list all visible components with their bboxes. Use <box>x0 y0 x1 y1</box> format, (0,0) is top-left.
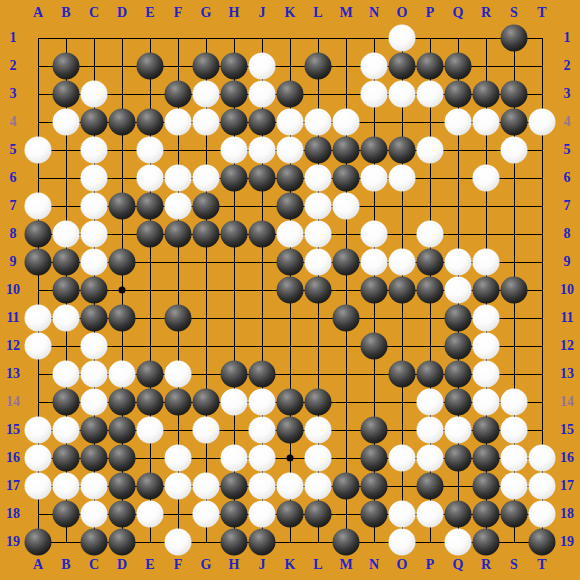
intersection-P16[interactable] <box>416 444 444 472</box>
intersection-C6[interactable] <box>80 164 108 192</box>
intersection-S11[interactable] <box>500 304 528 332</box>
intersection-P12[interactable] <box>416 332 444 360</box>
intersection-K13[interactable] <box>276 360 304 388</box>
intersection-K12[interactable] <box>276 332 304 360</box>
intersection-O12[interactable] <box>388 332 416 360</box>
intersection-O3[interactable] <box>388 80 416 108</box>
intersection-Q14[interactable] <box>444 388 472 416</box>
intersection-L7[interactable] <box>304 192 332 220</box>
intersection-P10[interactable] <box>416 276 444 304</box>
intersection-S16[interactable] <box>500 444 528 472</box>
intersection-C3[interactable] <box>80 80 108 108</box>
intersection-L13[interactable] <box>304 360 332 388</box>
intersection-Q7[interactable] <box>444 192 472 220</box>
intersection-G17[interactable] <box>192 472 220 500</box>
intersection-C13[interactable] <box>80 360 108 388</box>
intersection-T9[interactable] <box>528 248 556 276</box>
intersection-F10[interactable] <box>164 276 192 304</box>
intersection-L19[interactable] <box>304 528 332 556</box>
intersection-P8[interactable] <box>416 220 444 248</box>
intersection-D19[interactable] <box>108 528 136 556</box>
intersection-A4[interactable] <box>24 108 52 136</box>
intersection-O6[interactable] <box>388 164 416 192</box>
intersection-D1[interactable] <box>108 24 136 52</box>
intersection-K3[interactable] <box>276 80 304 108</box>
intersection-L9[interactable] <box>304 248 332 276</box>
intersection-Q15[interactable] <box>444 416 472 444</box>
intersection-H4[interactable] <box>220 108 248 136</box>
intersection-E14[interactable] <box>136 388 164 416</box>
intersection-H10[interactable] <box>220 276 248 304</box>
intersection-B13[interactable] <box>52 360 80 388</box>
intersection-R17[interactable] <box>472 472 500 500</box>
intersection-E2[interactable] <box>136 52 164 80</box>
intersection-P1[interactable] <box>416 24 444 52</box>
intersection-L16[interactable] <box>304 444 332 472</box>
intersection-H3[interactable] <box>220 80 248 108</box>
intersection-A6[interactable] <box>24 164 52 192</box>
intersection-A14[interactable] <box>24 388 52 416</box>
intersection-E13[interactable] <box>136 360 164 388</box>
intersection-P17[interactable] <box>416 472 444 500</box>
intersection-N13[interactable] <box>360 360 388 388</box>
intersection-M15[interactable] <box>332 416 360 444</box>
intersection-G2[interactable] <box>192 52 220 80</box>
intersection-S19[interactable] <box>500 528 528 556</box>
intersection-E4[interactable] <box>136 108 164 136</box>
intersection-Q5[interactable] <box>444 136 472 164</box>
intersection-R11[interactable] <box>472 304 500 332</box>
intersection-B18[interactable] <box>52 500 80 528</box>
intersection-H16[interactable] <box>220 444 248 472</box>
intersection-R1[interactable] <box>472 24 500 52</box>
intersection-L8[interactable] <box>304 220 332 248</box>
intersection-P7[interactable] <box>416 192 444 220</box>
intersection-S3[interactable] <box>500 80 528 108</box>
intersection-D11[interactable] <box>108 304 136 332</box>
intersection-Q3[interactable] <box>444 80 472 108</box>
intersection-H7[interactable] <box>220 192 248 220</box>
intersection-G9[interactable] <box>192 248 220 276</box>
intersection-R19[interactable] <box>472 528 500 556</box>
intersection-F5[interactable] <box>164 136 192 164</box>
intersection-C9[interactable] <box>80 248 108 276</box>
intersection-G19[interactable] <box>192 528 220 556</box>
intersection-A16[interactable] <box>24 444 52 472</box>
intersection-M9[interactable] <box>332 248 360 276</box>
intersection-O11[interactable] <box>388 304 416 332</box>
intersection-F6[interactable] <box>164 164 192 192</box>
intersection-R14[interactable] <box>472 388 500 416</box>
intersection-Q6[interactable] <box>444 164 472 192</box>
intersection-O18[interactable] <box>388 500 416 528</box>
intersection-B11[interactable] <box>52 304 80 332</box>
intersection-T7[interactable] <box>528 192 556 220</box>
intersection-L10[interactable] <box>304 276 332 304</box>
intersection-E12[interactable] <box>136 332 164 360</box>
intersection-B19[interactable] <box>52 528 80 556</box>
intersection-N10[interactable] <box>360 276 388 304</box>
intersection-T5[interactable] <box>528 136 556 164</box>
intersection-K19[interactable] <box>276 528 304 556</box>
intersection-T8[interactable] <box>528 220 556 248</box>
intersection-K15[interactable] <box>276 416 304 444</box>
intersection-A9[interactable] <box>24 248 52 276</box>
intersection-B2[interactable] <box>52 52 80 80</box>
intersection-F12[interactable] <box>164 332 192 360</box>
intersection-F7[interactable] <box>164 192 192 220</box>
intersection-L1[interactable] <box>304 24 332 52</box>
intersection-K1[interactable] <box>276 24 304 52</box>
intersection-K6[interactable] <box>276 164 304 192</box>
intersection-K9[interactable] <box>276 248 304 276</box>
intersection-F11[interactable] <box>164 304 192 332</box>
intersection-P13[interactable] <box>416 360 444 388</box>
intersection-B10[interactable] <box>52 276 80 304</box>
intersection-Q8[interactable] <box>444 220 472 248</box>
intersection-D8[interactable] <box>108 220 136 248</box>
intersection-J9[interactable] <box>248 248 276 276</box>
intersection-J19[interactable] <box>248 528 276 556</box>
intersection-A1[interactable] <box>24 24 52 52</box>
intersection-G5[interactable] <box>192 136 220 164</box>
intersection-M17[interactable] <box>332 472 360 500</box>
intersection-J5[interactable] <box>248 136 276 164</box>
intersection-S5[interactable] <box>500 136 528 164</box>
intersection-D18[interactable] <box>108 500 136 528</box>
intersection-O13[interactable] <box>388 360 416 388</box>
intersection-D6[interactable] <box>108 164 136 192</box>
intersection-K18[interactable] <box>276 500 304 528</box>
intersection-H6[interactable] <box>220 164 248 192</box>
intersection-C1[interactable] <box>80 24 108 52</box>
intersection-O9[interactable] <box>388 248 416 276</box>
intersection-B8[interactable] <box>52 220 80 248</box>
intersection-N4[interactable] <box>360 108 388 136</box>
intersection-M6[interactable] <box>332 164 360 192</box>
intersection-F19[interactable] <box>164 528 192 556</box>
intersection-H12[interactable] <box>220 332 248 360</box>
intersection-T15[interactable] <box>528 416 556 444</box>
intersection-D15[interactable] <box>108 416 136 444</box>
intersection-O19[interactable] <box>388 528 416 556</box>
intersection-L2[interactable] <box>304 52 332 80</box>
intersection-S9[interactable] <box>500 248 528 276</box>
intersection-F16[interactable] <box>164 444 192 472</box>
intersection-N14[interactable] <box>360 388 388 416</box>
intersection-H19[interactable] <box>220 528 248 556</box>
intersection-E1[interactable] <box>136 24 164 52</box>
intersection-E6[interactable] <box>136 164 164 192</box>
intersection-C12[interactable] <box>80 332 108 360</box>
intersection-O14[interactable] <box>388 388 416 416</box>
intersection-S13[interactable] <box>500 360 528 388</box>
intersection-D3[interactable] <box>108 80 136 108</box>
intersection-E19[interactable] <box>136 528 164 556</box>
intersection-T3[interactable] <box>528 80 556 108</box>
intersection-H5[interactable] <box>220 136 248 164</box>
intersection-H18[interactable] <box>220 500 248 528</box>
intersection-O2[interactable] <box>388 52 416 80</box>
intersection-B17[interactable] <box>52 472 80 500</box>
intersection-M4[interactable] <box>332 108 360 136</box>
intersection-T1[interactable] <box>528 24 556 52</box>
intersection-A3[interactable] <box>24 80 52 108</box>
intersection-N3[interactable] <box>360 80 388 108</box>
intersection-P19[interactable] <box>416 528 444 556</box>
intersection-D7[interactable] <box>108 192 136 220</box>
intersection-T10[interactable] <box>528 276 556 304</box>
intersection-C8[interactable] <box>80 220 108 248</box>
intersection-L5[interactable] <box>304 136 332 164</box>
intersection-G16[interactable] <box>192 444 220 472</box>
intersection-E5[interactable] <box>136 136 164 164</box>
intersection-P3[interactable] <box>416 80 444 108</box>
intersection-M19[interactable] <box>332 528 360 556</box>
intersection-M7[interactable] <box>332 192 360 220</box>
intersection-Q4[interactable] <box>444 108 472 136</box>
intersection-R16[interactable] <box>472 444 500 472</box>
intersection-G11[interactable] <box>192 304 220 332</box>
intersection-K4[interactable] <box>276 108 304 136</box>
intersection-T12[interactable] <box>528 332 556 360</box>
intersection-E3[interactable] <box>136 80 164 108</box>
intersection-N8[interactable] <box>360 220 388 248</box>
intersection-S18[interactable] <box>500 500 528 528</box>
intersection-S12[interactable] <box>500 332 528 360</box>
intersection-O15[interactable] <box>388 416 416 444</box>
intersection-Q10[interactable] <box>444 276 472 304</box>
intersection-M16[interactable] <box>332 444 360 472</box>
intersection-Q19[interactable] <box>444 528 472 556</box>
intersection-D13[interactable] <box>108 360 136 388</box>
intersection-M11[interactable] <box>332 304 360 332</box>
intersection-Q2[interactable] <box>444 52 472 80</box>
intersection-A17[interactable] <box>24 472 52 500</box>
intersection-C16[interactable] <box>80 444 108 472</box>
intersection-R6[interactable] <box>472 164 500 192</box>
intersection-N16[interactable] <box>360 444 388 472</box>
intersection-R10[interactable] <box>472 276 500 304</box>
intersection-M1[interactable] <box>332 24 360 52</box>
intersection-H8[interactable] <box>220 220 248 248</box>
intersection-S7[interactable] <box>500 192 528 220</box>
intersection-O4[interactable] <box>388 108 416 136</box>
intersection-R5[interactable] <box>472 136 500 164</box>
intersection-Q1[interactable] <box>444 24 472 52</box>
intersection-J12[interactable] <box>248 332 276 360</box>
intersection-J11[interactable] <box>248 304 276 332</box>
intersection-P18[interactable] <box>416 500 444 528</box>
intersection-D9[interactable] <box>108 248 136 276</box>
intersection-P6[interactable] <box>416 164 444 192</box>
intersection-L18[interactable] <box>304 500 332 528</box>
intersection-G6[interactable] <box>192 164 220 192</box>
intersection-N15[interactable] <box>360 416 388 444</box>
intersection-D10[interactable] <box>108 276 136 304</box>
intersection-H13[interactable] <box>220 360 248 388</box>
intersection-A11[interactable] <box>24 304 52 332</box>
intersection-K7[interactable] <box>276 192 304 220</box>
intersection-K16[interactable] <box>276 444 304 472</box>
intersection-M14[interactable] <box>332 388 360 416</box>
intersection-C4[interactable] <box>80 108 108 136</box>
intersection-B9[interactable] <box>52 248 80 276</box>
intersection-A5[interactable] <box>24 136 52 164</box>
intersection-C17[interactable] <box>80 472 108 500</box>
intersection-Q13[interactable] <box>444 360 472 388</box>
intersection-J3[interactable] <box>248 80 276 108</box>
intersection-J2[interactable] <box>248 52 276 80</box>
intersection-M12[interactable] <box>332 332 360 360</box>
intersection-B1[interactable] <box>52 24 80 52</box>
intersection-M18[interactable] <box>332 500 360 528</box>
intersection-K5[interactable] <box>276 136 304 164</box>
intersection-J6[interactable] <box>248 164 276 192</box>
intersection-B5[interactable] <box>52 136 80 164</box>
intersection-O1[interactable] <box>388 24 416 52</box>
intersection-G1[interactable] <box>192 24 220 52</box>
intersection-N5[interactable] <box>360 136 388 164</box>
intersection-M5[interactable] <box>332 136 360 164</box>
intersection-B6[interactable] <box>52 164 80 192</box>
intersection-C11[interactable] <box>80 304 108 332</box>
intersection-T14[interactable] <box>528 388 556 416</box>
intersection-L3[interactable] <box>304 80 332 108</box>
intersection-L12[interactable] <box>304 332 332 360</box>
intersection-D12[interactable] <box>108 332 136 360</box>
intersection-R4[interactable] <box>472 108 500 136</box>
intersection-E15[interactable] <box>136 416 164 444</box>
intersection-N6[interactable] <box>360 164 388 192</box>
intersection-A15[interactable] <box>24 416 52 444</box>
intersection-E8[interactable] <box>136 220 164 248</box>
intersection-S15[interactable] <box>500 416 528 444</box>
intersection-O16[interactable] <box>388 444 416 472</box>
intersection-R18[interactable] <box>472 500 500 528</box>
intersection-R12[interactable] <box>472 332 500 360</box>
intersection-D4[interactable] <box>108 108 136 136</box>
intersection-L11[interactable] <box>304 304 332 332</box>
intersection-C5[interactable] <box>80 136 108 164</box>
intersection-T6[interactable] <box>528 164 556 192</box>
intersection-E18[interactable] <box>136 500 164 528</box>
intersection-M13[interactable] <box>332 360 360 388</box>
intersection-S6[interactable] <box>500 164 528 192</box>
intersection-R15[interactable] <box>472 416 500 444</box>
intersection-J13[interactable] <box>248 360 276 388</box>
intersection-H11[interactable] <box>220 304 248 332</box>
intersection-B7[interactable] <box>52 192 80 220</box>
intersection-T17[interactable] <box>528 472 556 500</box>
intersection-A13[interactable] <box>24 360 52 388</box>
intersection-H1[interactable] <box>220 24 248 52</box>
intersection-R7[interactable] <box>472 192 500 220</box>
intersection-P4[interactable] <box>416 108 444 136</box>
intersection-D16[interactable] <box>108 444 136 472</box>
intersection-Q16[interactable] <box>444 444 472 472</box>
intersection-M10[interactable] <box>332 276 360 304</box>
intersection-P15[interactable] <box>416 416 444 444</box>
intersection-P2[interactable] <box>416 52 444 80</box>
intersection-S17[interactable] <box>500 472 528 500</box>
intersection-G12[interactable] <box>192 332 220 360</box>
intersection-E10[interactable] <box>136 276 164 304</box>
intersection-D5[interactable] <box>108 136 136 164</box>
intersection-F15[interactable] <box>164 416 192 444</box>
intersection-J8[interactable] <box>248 220 276 248</box>
intersection-S14[interactable] <box>500 388 528 416</box>
intersection-J17[interactable] <box>248 472 276 500</box>
intersection-L4[interactable] <box>304 108 332 136</box>
intersection-G15[interactable] <box>192 416 220 444</box>
intersection-O8[interactable] <box>388 220 416 248</box>
intersection-J10[interactable] <box>248 276 276 304</box>
intersection-A7[interactable] <box>24 192 52 220</box>
intersection-S4[interactable] <box>500 108 528 136</box>
intersection-B14[interactable] <box>52 388 80 416</box>
intersection-G13[interactable] <box>192 360 220 388</box>
intersection-A8[interactable] <box>24 220 52 248</box>
intersection-E9[interactable] <box>136 248 164 276</box>
intersection-F9[interactable] <box>164 248 192 276</box>
intersection-P9[interactable] <box>416 248 444 276</box>
intersection-J14[interactable] <box>248 388 276 416</box>
intersection-S2[interactable] <box>500 52 528 80</box>
intersection-P14[interactable] <box>416 388 444 416</box>
intersection-O17[interactable] <box>388 472 416 500</box>
intersection-N12[interactable] <box>360 332 388 360</box>
intersection-F3[interactable] <box>164 80 192 108</box>
intersection-N7[interactable] <box>360 192 388 220</box>
intersection-O7[interactable] <box>388 192 416 220</box>
intersection-P11[interactable] <box>416 304 444 332</box>
intersection-A12[interactable] <box>24 332 52 360</box>
intersection-T18[interactable] <box>528 500 556 528</box>
intersection-E17[interactable] <box>136 472 164 500</box>
intersection-N18[interactable] <box>360 500 388 528</box>
intersection-F4[interactable] <box>164 108 192 136</box>
intersection-P5[interactable] <box>416 136 444 164</box>
intersection-K8[interactable] <box>276 220 304 248</box>
intersection-G14[interactable] <box>192 388 220 416</box>
intersection-O5[interactable] <box>388 136 416 164</box>
intersection-S1[interactable] <box>500 24 528 52</box>
intersection-B12[interactable] <box>52 332 80 360</box>
intersection-D2[interactable] <box>108 52 136 80</box>
intersection-G7[interactable] <box>192 192 220 220</box>
intersection-G4[interactable] <box>192 108 220 136</box>
intersection-C18[interactable] <box>80 500 108 528</box>
intersection-T11[interactable] <box>528 304 556 332</box>
intersection-B15[interactable] <box>52 416 80 444</box>
intersection-J7[interactable] <box>248 192 276 220</box>
intersection-Q11[interactable] <box>444 304 472 332</box>
intersection-F14[interactable] <box>164 388 192 416</box>
intersection-M2[interactable] <box>332 52 360 80</box>
intersection-G3[interactable] <box>192 80 220 108</box>
intersection-M3[interactable] <box>332 80 360 108</box>
intersection-F1[interactable] <box>164 24 192 52</box>
intersection-Q17[interactable] <box>444 472 472 500</box>
intersection-F13[interactable] <box>164 360 192 388</box>
intersection-L14[interactable] <box>304 388 332 416</box>
intersection-C14[interactable] <box>80 388 108 416</box>
intersection-N1[interactable] <box>360 24 388 52</box>
intersection-H14[interactable] <box>220 388 248 416</box>
intersection-R2[interactable] <box>472 52 500 80</box>
intersection-C15[interactable] <box>80 416 108 444</box>
